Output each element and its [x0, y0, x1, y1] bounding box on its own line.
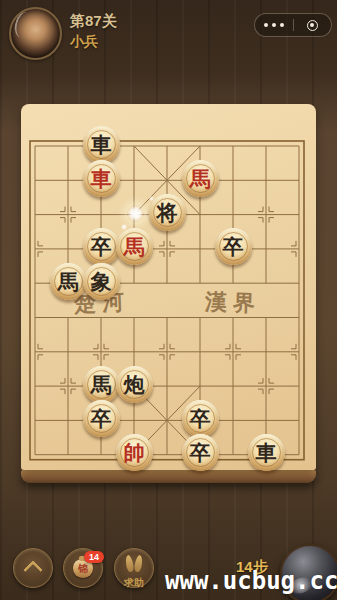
piece-black-卒[interactable]: 卒 — [83, 400, 120, 437]
rank-label: 小兵 — [70, 33, 98, 51]
help-label: 求助 — [115, 576, 153, 590]
piece-black-卒[interactable]: 卒 — [182, 400, 219, 437]
game-screen: 第87关 小兵 楚河 漢界 車車馬将卒馬卒馬象馬炮卒卒帥卒車 锦 14 求助 1… — [0, 0, 337, 600]
piece-black-車[interactable]: 車 — [83, 126, 120, 163]
exit-circle-icon[interactable] — [294, 20, 332, 31]
wechat-capsule[interactable] — [254, 13, 332, 37]
chevron-up-icon — [23, 560, 43, 580]
piece-red-馬[interactable]: 馬 — [116, 228, 153, 265]
board-edge — [21, 470, 316, 483]
piece-black-車[interactable]: 車 — [248, 434, 285, 471]
level-label: 第87关 — [70, 12, 117, 31]
piece-red-車[interactable]: 車 — [83, 160, 120, 197]
bag-badge: 14 — [84, 551, 104, 563]
piece-black-炮[interactable]: 炮 — [116, 366, 153, 403]
piece-black-卒[interactable]: 卒 — [182, 434, 219, 471]
piece-black-馬[interactable]: 馬 — [83, 366, 120, 403]
expand-button[interactable] — [13, 548, 53, 588]
piece-black-卒[interactable]: 卒 — [215, 228, 252, 265]
watermark: www.ucbug.cc — [165, 567, 337, 595]
piece-black-象[interactable]: 象 — [83, 263, 120, 300]
praying-hands-icon — [126, 555, 142, 573]
bag-glyph: 锦 — [73, 562, 93, 576]
piece-black-馬[interactable]: 馬 — [50, 263, 87, 300]
help-button[interactable]: 求助 — [114, 548, 154, 588]
more-icon[interactable] — [255, 23, 293, 27]
piece-red-帥[interactable]: 帥 — [116, 434, 153, 471]
river-label-han: 漢界 — [188, 286, 279, 319]
player-avatar[interactable] — [9, 7, 62, 60]
piece-red-馬[interactable]: 馬 — [182, 160, 219, 197]
piece-black-卒[interactable]: 卒 — [83, 228, 120, 265]
piece-black-将[interactable]: 将 — [149, 194, 186, 231]
